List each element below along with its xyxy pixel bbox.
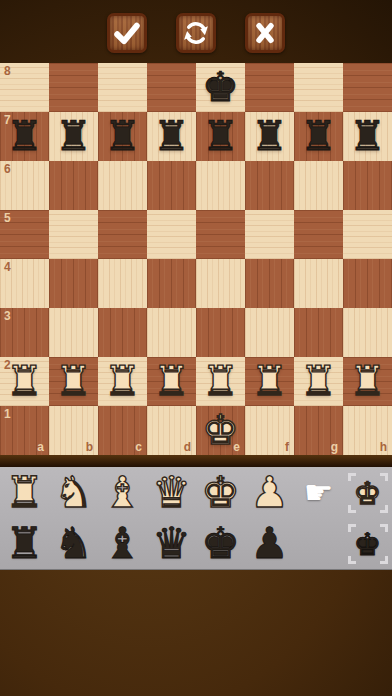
- hand-tool[interactable]: ☛: [294, 467, 343, 518]
- square-f6[interactable]: [245, 161, 294, 210]
- square-d1[interactable]: d: [147, 406, 196, 455]
- square-h2[interactable]: ♜: [343, 357, 392, 406]
- board-edge: [0, 455, 392, 467]
- palette-black-bishop[interactable]: ♝: [98, 518, 147, 569]
- square-b3[interactable]: [49, 308, 98, 357]
- selection-corner-br: [380, 505, 388, 513]
- black-pawn-icon: ♟: [250, 518, 289, 569]
- black-queen-icon: ♛: [152, 518, 191, 569]
- square-e1[interactable]: e♚: [196, 406, 245, 455]
- selection-corner-bl: [348, 556, 356, 564]
- palette-black-king-selected[interactable]: ♚: [343, 518, 392, 569]
- square-b7[interactable]: ♜: [49, 112, 98, 161]
- square-h1[interactable]: h: [343, 406, 392, 455]
- square-d4[interactable]: [147, 259, 196, 308]
- piece-black-rook-d7: ♜: [153, 112, 190, 161]
- selection-corner-tr: [380, 473, 388, 481]
- palette-white-queen[interactable]: ♛: [147, 467, 196, 518]
- square-e8[interactable]: ♚: [196, 63, 245, 112]
- palette-black-knight[interactable]: ♞: [49, 518, 98, 569]
- square-g8[interactable]: [294, 63, 343, 112]
- square-e5[interactable]: [196, 210, 245, 259]
- square-e7[interactable]: ♜: [196, 112, 245, 161]
- reset-button[interactable]: [176, 13, 216, 53]
- square-c5[interactable]: [98, 210, 147, 259]
- square-g7[interactable]: ♜: [294, 112, 343, 161]
- square-c2[interactable]: ♜: [98, 357, 147, 406]
- rank-label-2: 2: [4, 358, 11, 372]
- square-a6[interactable]: 6: [0, 161, 49, 210]
- palette-white-king-icon: ♚: [354, 473, 382, 513]
- piece-black-rook-g7: ♜: [300, 112, 337, 161]
- piece-white-rook-d2: ♜: [153, 357, 190, 406]
- check-icon: [110, 16, 144, 50]
- piece-white-rook-e2: ♜: [202, 357, 239, 406]
- piece-white-rook-b2: ♜: [55, 357, 92, 406]
- square-g4[interactable]: [294, 259, 343, 308]
- palette-empty-cell: [294, 518, 343, 569]
- selection-corner-br: [380, 556, 388, 564]
- selection-frame: ♚: [348, 524, 388, 564]
- palette-black-rook[interactable]: ♜: [0, 518, 49, 569]
- square-h7[interactable]: ♜: [343, 112, 392, 161]
- white-knight-icon: ♞: [54, 467, 93, 518]
- piece-white-rook-h2: ♜: [349, 357, 386, 406]
- rank-label-6: 6: [4, 162, 11, 176]
- palette-white-rook[interactable]: ♜: [0, 467, 49, 518]
- square-e6[interactable]: [196, 161, 245, 210]
- white-king-icon: ♚: [201, 467, 240, 518]
- square-h4[interactable]: [343, 259, 392, 308]
- square-d7[interactable]: ♜: [147, 112, 196, 161]
- piece-white-rook-a2: ♜: [6, 357, 43, 406]
- rank-label-3: 3: [4, 309, 11, 323]
- selection-corner-tl: [348, 473, 356, 481]
- selection-frame: ♚: [348, 473, 388, 513]
- chess-editor-app: 8♚7♜♜♜♜♜♜♜♜65432♜♜♜♜♜♜♜♜1abcde♚fgh ♜♞♝♛♚…: [0, 0, 392, 696]
- palette-white-bishop[interactable]: ♝: [98, 467, 147, 518]
- circular-arrows-icon: [179, 16, 213, 50]
- square-d3[interactable]: [147, 308, 196, 357]
- square-a1[interactable]: 1a: [0, 406, 49, 455]
- square-b1[interactable]: b: [49, 406, 98, 455]
- piece-black-rook-a7: ♜: [6, 112, 43, 161]
- white-rook-icon: ♜: [5, 467, 44, 518]
- square-b4[interactable]: [49, 259, 98, 308]
- square-d6[interactable]: [147, 161, 196, 210]
- square-c8[interactable]: [98, 63, 147, 112]
- square-g2[interactable]: ♜: [294, 357, 343, 406]
- rank-label-1: 1: [4, 407, 11, 421]
- square-a8[interactable]: 8: [0, 63, 49, 112]
- square-d8[interactable]: [147, 63, 196, 112]
- square-f7[interactable]: ♜: [245, 112, 294, 161]
- square-f3[interactable]: [245, 308, 294, 357]
- white-bishop-icon: ♝: [103, 467, 142, 518]
- chess-board: 8♚7♜♜♜♜♜♜♜♜65432♜♜♜♜♜♜♜♜1abcde♚fgh: [0, 63, 392, 455]
- palette-white-pawn[interactable]: ♟: [245, 467, 294, 518]
- palette-white-king-selected[interactable]: ♚: [343, 467, 392, 518]
- piece-white-rook-g2: ♜: [300, 357, 337, 406]
- square-f1[interactable]: f: [245, 406, 294, 455]
- square-h3[interactable]: [343, 308, 392, 357]
- square-e3[interactable]: [196, 308, 245, 357]
- palette-black-king-icon: ♚: [354, 524, 382, 564]
- file-label-d: d: [184, 440, 191, 454]
- square-c1[interactable]: c: [98, 406, 147, 455]
- square-c6[interactable]: [98, 161, 147, 210]
- piece-black-rook-c7: ♜: [104, 112, 141, 161]
- square-f8[interactable]: [245, 63, 294, 112]
- square-a4[interactable]: 4: [0, 259, 49, 308]
- file-label-b: b: [86, 440, 93, 454]
- square-f2[interactable]: ♜: [245, 357, 294, 406]
- square-b2[interactable]: ♜: [49, 357, 98, 406]
- square-a7[interactable]: 7♜: [0, 112, 49, 161]
- file-label-f: f: [285, 440, 289, 454]
- square-g5[interactable]: [294, 210, 343, 259]
- file-label-a: a: [37, 440, 44, 454]
- square-a2[interactable]: 2♜: [0, 357, 49, 406]
- square-h5[interactable]: [343, 210, 392, 259]
- toolbar: [0, 0, 392, 63]
- piece-white-rook-f2: ♜: [251, 357, 288, 406]
- square-g3[interactable]: [294, 308, 343, 357]
- square-h8[interactable]: [343, 63, 392, 112]
- square-e2[interactable]: ♜: [196, 357, 245, 406]
- palette-black-queen[interactable]: ♛: [147, 518, 196, 569]
- black-bishop-icon: ♝: [103, 518, 142, 569]
- black-rook-icon: ♜: [5, 518, 44, 569]
- rank-label-7: 7: [4, 113, 11, 127]
- square-c3[interactable]: [98, 308, 147, 357]
- square-f4[interactable]: [245, 259, 294, 308]
- square-a5[interactable]: 5: [0, 210, 49, 259]
- x-icon: [248, 16, 282, 50]
- piece-black-rook-f7: ♜: [251, 112, 288, 161]
- square-g6[interactable]: [294, 161, 343, 210]
- palette-black-pawn[interactable]: ♟: [245, 518, 294, 569]
- square-d5[interactable]: [147, 210, 196, 259]
- piece-black-king-e8: ♚: [202, 63, 239, 112]
- cancel-button[interactable]: [245, 13, 285, 53]
- palette-white-king[interactable]: ♚: [196, 467, 245, 518]
- square-e4[interactable]: [196, 259, 245, 308]
- rank-label-5: 5: [4, 211, 11, 225]
- square-f5[interactable]: [245, 210, 294, 259]
- white-pawn-icon: ♟: [250, 467, 289, 518]
- file-label-c: c: [135, 440, 142, 454]
- selection-corner-tr: [380, 524, 388, 532]
- palette-white-knight[interactable]: ♞: [49, 467, 98, 518]
- square-d2[interactable]: ♜: [147, 357, 196, 406]
- confirm-button[interactable]: [107, 13, 147, 53]
- black-knight-icon: ♞: [54, 518, 93, 569]
- black-king-icon: ♚: [201, 518, 240, 569]
- square-b8[interactable]: [49, 63, 98, 112]
- square-b6[interactable]: [49, 161, 98, 210]
- square-b5[interactable]: [49, 210, 98, 259]
- selection-corner-tl: [348, 524, 356, 532]
- square-c7[interactable]: ♜: [98, 112, 147, 161]
- piece-black-rook-b7: ♜: [55, 112, 92, 161]
- file-label-g: g: [331, 440, 338, 454]
- file-label-h: h: [380, 440, 387, 454]
- square-a3[interactable]: 3: [0, 308, 49, 357]
- pointing-hand-icon: ☛: [304, 473, 334, 512]
- file-label-e: e: [233, 440, 240, 454]
- square-h6[interactable]: [343, 161, 392, 210]
- piece-black-rook-e7: ♜: [202, 112, 239, 161]
- piece-white-rook-c2: ♜: [104, 357, 141, 406]
- palette-black-king[interactable]: ♚: [196, 518, 245, 569]
- square-g1[interactable]: g: [294, 406, 343, 455]
- selection-corner-bl: [348, 505, 356, 513]
- square-c4[interactable]: [98, 259, 147, 308]
- rank-label-4: 4: [4, 260, 11, 274]
- white-queen-icon: ♛: [152, 467, 191, 518]
- piece-palette: ♜♞♝♛♚♟☛♚♜♞♝♛♚♟♚: [0, 467, 392, 570]
- piece-black-rook-h7: ♜: [349, 112, 386, 161]
- rank-label-8: 8: [4, 64, 11, 78]
